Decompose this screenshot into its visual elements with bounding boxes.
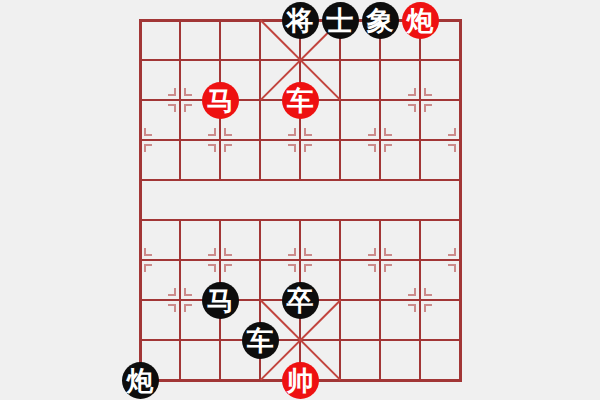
piece-black-horse[interactable]: 马 [202, 282, 239, 319]
piece-black-chariot[interactable]: 车 [242, 322, 279, 359]
piece-black-advisor[interactable]: 士 [322, 2, 359, 39]
piece-black-cannon[interactable]: 炮 [122, 362, 159, 399]
pieces-layer: 将士象炮马车马卒车炮帅 [0, 0, 600, 400]
xiangqi-board: 将士象炮马车马卒车炮帅 [0, 0, 600, 400]
piece-red-cannon[interactable]: 炮 [402, 2, 439, 39]
piece-red-horse[interactable]: 马 [202, 82, 239, 119]
piece-black-soldier[interactable]: 卒 [282, 282, 319, 319]
piece-red-general[interactable]: 帅 [282, 362, 319, 399]
piece-red-chariot[interactable]: 车 [282, 82, 319, 119]
piece-black-general[interactable]: 将 [282, 2, 319, 39]
piece-black-elephant[interactable]: 象 [362, 2, 399, 39]
